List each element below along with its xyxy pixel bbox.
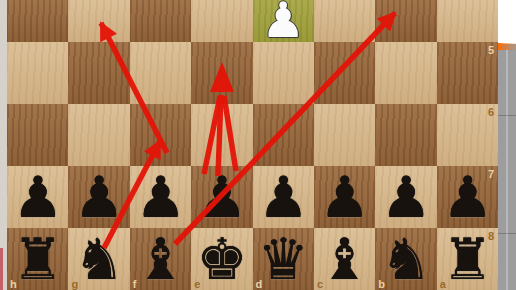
- square-h5[interactable]: [7, 42, 68, 104]
- square-h6[interactable]: [7, 104, 68, 166]
- rank-label-7: 7: [488, 168, 494, 180]
- page-gutter: [0, 0, 7, 290]
- square-g4[interactable]: [68, 0, 129, 42]
- file-label-f: f: [133, 278, 137, 290]
- square-a4[interactable]: [437, 0, 498, 42]
- square-d4[interactable]: ♟: [253, 0, 314, 42]
- square-b4[interactable]: [375, 0, 436, 42]
- square-g8[interactable]: ♞g: [68, 228, 129, 290]
- square-f8[interactable]: ♝f: [130, 228, 191, 290]
- black-pawn[interactable]: ♟: [68, 166, 129, 228]
- scrollbar-track[interactable]: [498, 0, 516, 290]
- black-pawn[interactable]: ♟: [314, 166, 375, 228]
- square-b5[interactable]: [375, 42, 436, 104]
- black-pawn[interactable]: ♟: [130, 166, 191, 228]
- square-d8[interactable]: ♛d: [253, 228, 314, 290]
- square-e8[interactable]: ♚e: [191, 228, 252, 290]
- file-label-b: b: [378, 278, 385, 290]
- square-c8[interactable]: ♝c: [314, 228, 375, 290]
- panel-accent-glow: [498, 43, 516, 50]
- black-pawn[interactable]: ♟: [191, 166, 252, 228]
- rail-separator: [498, 233, 516, 234]
- square-g5[interactable]: [68, 42, 129, 104]
- square-f7[interactable]: ♟: [130, 166, 191, 228]
- square-b7[interactable]: ♟: [375, 166, 436, 228]
- chess-analysis-screenshot: ♟56♟♟♟♟♟♟♟♟7♜h♞g♝f♚e♛d♝c♞b♜8a: [0, 0, 516, 290]
- square-d6[interactable]: [253, 104, 314, 166]
- square-e6[interactable]: [191, 104, 252, 166]
- square-c6[interactable]: [314, 104, 375, 166]
- square-d5[interactable]: [253, 42, 314, 104]
- file-label-h: h: [10, 278, 17, 290]
- square-h7[interactable]: ♟: [7, 166, 68, 228]
- black-bishop[interactable]: ♝: [314, 228, 375, 290]
- square-d7[interactable]: ♟: [253, 166, 314, 228]
- black-pawn[interactable]: ♟: [375, 166, 436, 228]
- black-pawn[interactable]: ♟: [7, 166, 68, 228]
- square-f5[interactable]: [130, 42, 191, 104]
- black-bishop[interactable]: ♝: [130, 228, 191, 290]
- file-label-c: c: [317, 278, 323, 290]
- file-label-a: a: [440, 278, 446, 290]
- square-b6[interactable]: [375, 104, 436, 166]
- white-pawn[interactable]: ♟: [253, 0, 314, 42]
- square-c7[interactable]: ♟: [314, 166, 375, 228]
- square-h4[interactable]: [7, 0, 68, 42]
- square-a7[interactable]: ♟7: [437, 166, 498, 228]
- square-b8[interactable]: ♞b: [375, 228, 436, 290]
- file-label-e: e: [194, 278, 200, 290]
- square-a8[interactable]: ♜8a: [437, 228, 498, 290]
- square-g7[interactable]: ♟: [68, 166, 129, 228]
- rail-separator: [498, 115, 516, 116]
- right-panel-top: [498, 0, 516, 44]
- black-pawn[interactable]: ♟: [253, 166, 314, 228]
- rank-label-8: 8: [488, 230, 494, 242]
- square-f6[interactable]: [130, 104, 191, 166]
- file-label-d: d: [256, 278, 263, 290]
- scrollbar-groove: [506, 50, 508, 290]
- square-h8[interactable]: ♜h: [7, 228, 68, 290]
- gutter-red-fragment: [0, 248, 3, 290]
- square-c4[interactable]: [314, 0, 375, 42]
- square-f4[interactable]: [130, 0, 191, 42]
- chess-board[interactable]: ♟56♟♟♟♟♟♟♟♟7♜h♞g♝f♚e♛d♝c♞b♜8a: [7, 0, 498, 290]
- file-label-g: g: [71, 278, 78, 290]
- black-king[interactable]: ♚: [191, 228, 252, 290]
- square-e4[interactable]: [191, 0, 252, 42]
- square-e5[interactable]: [191, 42, 252, 104]
- square-g6[interactable]: [68, 104, 129, 166]
- square-a6[interactable]: 6: [437, 104, 498, 166]
- rank-label-5: 5: [488, 44, 494, 56]
- rank-label-6: 6: [488, 106, 494, 118]
- square-e7[interactable]: ♟: [191, 166, 252, 228]
- square-c5[interactable]: [314, 42, 375, 104]
- square-a5[interactable]: 5: [437, 42, 498, 104]
